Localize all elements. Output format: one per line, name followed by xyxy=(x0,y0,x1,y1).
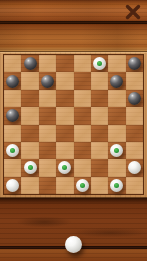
square-r7c0[interactable] xyxy=(4,177,21,194)
square-r4c2[interactable] xyxy=(39,125,56,142)
square-r7c3[interactable] xyxy=(56,177,73,194)
square-r7c4[interactable] xyxy=(74,177,91,194)
square-r2c1[interactable] xyxy=(21,90,38,107)
square-r3c6[interactable] xyxy=(108,107,125,124)
turn-indicator-white-piece xyxy=(65,236,82,253)
checkers-app-window xyxy=(0,0,147,261)
black-piece[interactable] xyxy=(128,92,141,105)
square-r1c3[interactable] xyxy=(56,72,73,89)
square-r2c0[interactable] xyxy=(4,90,21,107)
square-r1c6[interactable] xyxy=(108,72,125,89)
black-piece[interactable] xyxy=(24,57,37,70)
movable-indicator-dot xyxy=(10,148,15,153)
square-r4c4[interactable] xyxy=(74,125,91,142)
square-r6c7[interactable] xyxy=(126,159,143,176)
square-r4c1[interactable] xyxy=(21,125,38,142)
square-r2c3[interactable] xyxy=(56,90,73,107)
square-r4c5[interactable] xyxy=(91,125,108,142)
white-piece[interactable] xyxy=(24,161,37,174)
square-r7c2[interactable] xyxy=(39,177,56,194)
close-icon xyxy=(123,2,143,22)
close-button[interactable] xyxy=(123,2,143,22)
captured-tray-area xyxy=(0,198,147,261)
square-r0c0[interactable] xyxy=(4,55,21,72)
square-r3c2[interactable] xyxy=(39,107,56,124)
square-r0c5[interactable] xyxy=(91,55,108,72)
square-r3c0[interactable] xyxy=(4,107,21,124)
square-r5c4[interactable] xyxy=(74,142,91,159)
square-r0c3[interactable] xyxy=(56,55,73,72)
movable-indicator-dot xyxy=(114,148,119,153)
square-r1c4[interactable] xyxy=(74,72,91,89)
black-piece[interactable] xyxy=(128,57,141,70)
movable-indicator-dot xyxy=(114,183,119,188)
square-r5c7[interactable] xyxy=(126,142,143,159)
square-r7c6[interactable] xyxy=(108,177,125,194)
square-r4c7[interactable] xyxy=(126,125,143,142)
white-piece[interactable] xyxy=(58,161,71,174)
square-r2c4[interactable] xyxy=(74,90,91,107)
white-piece[interactable] xyxy=(6,179,19,192)
header-wood-plank-bottom xyxy=(0,24,147,52)
square-r3c7[interactable] xyxy=(126,107,143,124)
square-r0c7[interactable] xyxy=(126,55,143,72)
white-piece[interactable] xyxy=(6,144,19,157)
white-piece[interactable] xyxy=(110,144,123,157)
title-bar xyxy=(0,0,147,52)
square-r6c4[interactable] xyxy=(74,159,91,176)
square-r1c0[interactable] xyxy=(4,72,21,89)
square-r0c4[interactable] xyxy=(74,55,91,72)
square-r7c7[interactable] xyxy=(126,177,143,194)
square-r5c3[interactable] xyxy=(56,142,73,159)
square-r1c2[interactable] xyxy=(39,72,56,89)
black-piece[interactable] xyxy=(110,75,123,88)
square-r6c1[interactable] xyxy=(21,159,38,176)
square-r6c0[interactable] xyxy=(4,159,21,176)
board-frame xyxy=(0,52,147,198)
black-piece[interactable] xyxy=(6,75,19,88)
white-piece[interactable] xyxy=(76,179,89,192)
square-r1c1[interactable] xyxy=(21,72,38,89)
square-r0c6[interactable] xyxy=(108,55,125,72)
square-r0c1[interactable] xyxy=(21,55,38,72)
square-r7c1[interactable] xyxy=(21,177,38,194)
movable-indicator-dot xyxy=(80,183,85,188)
white-piece[interactable] xyxy=(93,57,106,70)
square-r4c0[interactable] xyxy=(4,125,21,142)
square-r5c0[interactable] xyxy=(4,142,21,159)
square-r6c3[interactable] xyxy=(56,159,73,176)
movable-indicator-dot xyxy=(62,165,67,170)
square-r6c6[interactable] xyxy=(108,159,125,176)
square-r2c5[interactable] xyxy=(91,90,108,107)
white-piece[interactable] xyxy=(128,161,141,174)
square-r4c6[interactable] xyxy=(108,125,125,142)
square-r5c6[interactable] xyxy=(108,142,125,159)
white-piece[interactable] xyxy=(110,179,123,192)
square-r2c2[interactable] xyxy=(39,90,56,107)
square-r5c1[interactable] xyxy=(21,142,38,159)
black-piece[interactable] xyxy=(6,109,19,122)
movable-indicator-dot xyxy=(28,165,33,170)
square-r2c7[interactable] xyxy=(126,90,143,107)
square-r4c3[interactable] xyxy=(56,125,73,142)
square-r3c4[interactable] xyxy=(74,107,91,124)
square-r3c3[interactable] xyxy=(56,107,73,124)
movable-indicator-dot xyxy=(97,61,102,66)
square-r3c1[interactable] xyxy=(21,107,38,124)
square-r7c5[interactable] xyxy=(91,177,108,194)
board-grid xyxy=(4,55,143,194)
square-r5c2[interactable] xyxy=(39,142,56,159)
square-r5c5[interactable] xyxy=(91,142,108,159)
square-r6c2[interactable] xyxy=(39,159,56,176)
square-r3c5[interactable] xyxy=(91,107,108,124)
square-r1c7[interactable] xyxy=(126,72,143,89)
square-r2c6[interactable] xyxy=(108,90,125,107)
black-piece[interactable] xyxy=(41,75,54,88)
square-r0c2[interactable] xyxy=(39,55,56,72)
square-r1c5[interactable] xyxy=(91,72,108,89)
square-r6c5[interactable] xyxy=(91,159,108,176)
